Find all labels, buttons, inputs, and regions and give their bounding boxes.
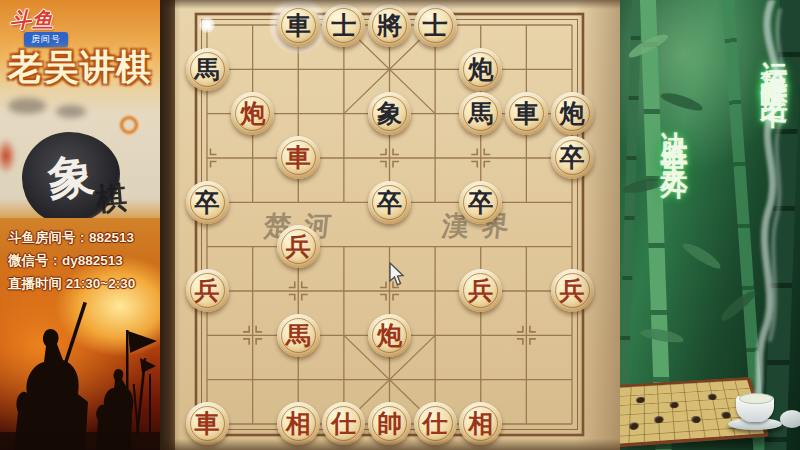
piece-black-cannon[interactable]: 炮 [459, 48, 502, 91]
piece-glyph: 卒 [377, 190, 402, 215]
piece-black-elephant[interactable]: 象 [368, 92, 411, 135]
piece-glyph: 馬 [286, 323, 311, 348]
info-line-room: 斗鱼房间号：882513 [0, 226, 160, 249]
left-info-panel: 斗鱼 房间号 老吴讲棋 象 棋 斗鱼房间号：882513 微信号：dy88251… [0, 0, 160, 450]
piece-black-general[interactable]: 將 [368, 4, 411, 47]
piece-red-soldier[interactable]: 兵 [277, 225, 320, 268]
piece-red-cannon[interactable]: 炮 [231, 92, 274, 135]
red-seal-art [0, 138, 16, 174]
piece-red-advisor[interactable]: 仕 [414, 402, 457, 445]
go-bowl-photo [8, 98, 46, 114]
piece-glyph: 卒 [560, 145, 585, 170]
info-line-wechat: 微信号：dy882513 [0, 249, 160, 272]
piece-red-cannon[interactable]: 炮 [368, 314, 411, 357]
piece-glyph: 相 [286, 411, 311, 436]
piece-red-elephant[interactable]: 相 [277, 402, 320, 445]
info-line-schedule: 直播时间 21:30~2:30 [0, 272, 160, 295]
piece-glyph: 兵 [468, 278, 493, 303]
piece-black-rook[interactable]: 車 [505, 92, 548, 135]
piece-glyph: 相 [468, 411, 493, 436]
piece-black-rook[interactable]: 車 [277, 4, 320, 47]
piece-black-soldier[interactable]: 卒 [186, 181, 229, 224]
piece-glyph: 車 [195, 411, 220, 436]
piece-glyph: 仕 [423, 411, 448, 436]
left-panel-header: 斗鱼 房间号 老吴讲棋 [0, 0, 160, 90]
piece-glyph: 卒 [468, 190, 493, 215]
incense-smoke [620, 0, 800, 450]
xiangqi-board-panel[interactable]: 楚河 漢界 車士將士馬炮炮象馬車炮車卒卒卒卒兵兵兵兵馬炮車相仕帥仕相 [160, 0, 620, 450]
piece-glyph: 卒 [195, 190, 220, 215]
board-grid [160, 0, 620, 450]
piece-glyph: 車 [286, 13, 311, 38]
piece-red-rook[interactable]: 車 [277, 136, 320, 179]
piece-black-cannon[interactable]: 炮 [551, 92, 594, 135]
piece-red-rook[interactable]: 車 [186, 402, 229, 445]
stream-layout: 斗鱼 房间号 老吴讲棋 象 棋 斗鱼房间号：882513 微信号：dy88251… [0, 0, 800, 450]
piece-glyph: 車 [286, 145, 311, 170]
piece-red-soldier[interactable]: 兵 [186, 269, 229, 312]
contact-info: 斗鱼房间号：882513 微信号：dy882513 直播时间 21:30~2:3… [0, 226, 160, 295]
piece-glyph: 兵 [286, 234, 311, 259]
piece-glyph: 炮 [560, 101, 585, 126]
piece-glyph: 仕 [331, 411, 356, 436]
piece-glyph: 士 [423, 13, 448, 38]
piece-black-soldier[interactable]: 卒 [368, 181, 411, 224]
piece-glyph: 象 [377, 101, 402, 126]
piece-black-soldier[interactable]: 卒 [459, 181, 502, 224]
piece-glyph: 炮 [468, 57, 493, 82]
piece-red-horse[interactable]: 馬 [277, 314, 320, 357]
piece-glyph: 兵 [560, 278, 585, 303]
piece-black-horse[interactable]: 馬 [186, 48, 229, 91]
piece-glyph: 車 [514, 101, 539, 126]
go-bowl-photo [56, 105, 86, 118]
channel-title: 老吴讲棋 [2, 44, 158, 91]
piece-glyph: 馬 [195, 57, 220, 82]
piece-black-soldier[interactable]: 卒 [551, 136, 594, 179]
piece-glyph: 將 [377, 13, 402, 38]
piece-glyph: 炮 [377, 323, 402, 348]
right-deco-panel: 运筹帷幄之中 决胜千里之外 [620, 0, 800, 450]
incense-coil-icon [120, 116, 138, 134]
piece-red-soldier[interactable]: 兵 [551, 269, 594, 312]
calligraphy-qi: 棋 [94, 177, 129, 222]
board-frame [160, 0, 175, 450]
warrior-silhouette-art [0, 300, 160, 450]
piece-glyph: 士 [331, 13, 356, 38]
calligraphy-xiang: 象 [45, 145, 97, 211]
piece-glyph: 馬 [468, 101, 493, 126]
piece-glyph: 炮 [240, 101, 265, 126]
piece-black-advisor[interactable]: 士 [322, 4, 365, 47]
left-panel-lower: 斗鱼房间号：882513 微信号：dy882513 直播时间 21:30~2:3… [0, 218, 160, 450]
piece-black-advisor[interactable]: 士 [414, 4, 457, 47]
douyu-logo: 斗鱼 [10, 6, 54, 34]
ink-art-section: 象 棋 [0, 90, 160, 218]
piece-glyph: 兵 [195, 278, 220, 303]
piece-glyph: 帥 [377, 411, 402, 436]
